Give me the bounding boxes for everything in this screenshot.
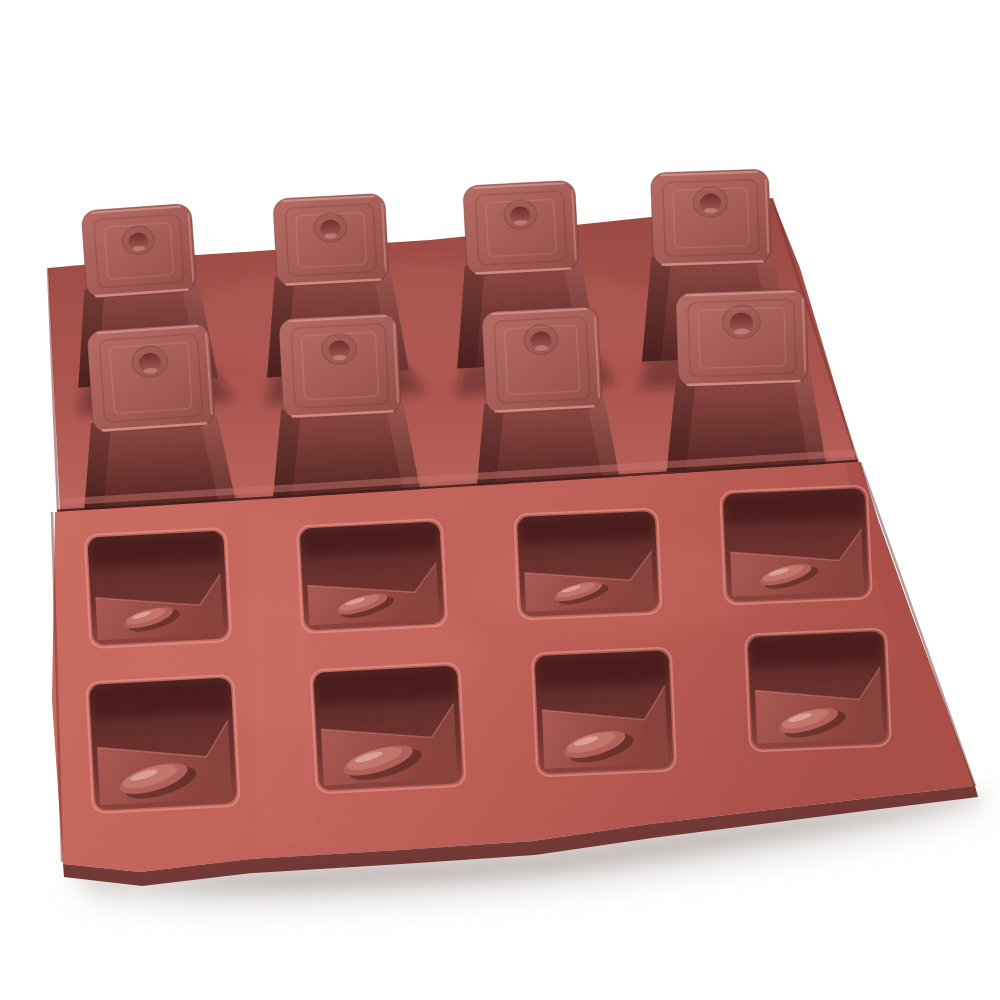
sheet-highlight: [180, 260, 680, 380]
mold-bump: [263, 312, 420, 499]
mold-cavity: [532, 648, 676, 777]
product-photo: [0, 0, 1000, 1000]
mold-cavity: [514, 508, 661, 619]
cavity-inner-shadow: [538, 653, 667, 688]
mold-bump: [660, 288, 826, 471]
bump-top-face: [650, 169, 771, 267]
mold-cavity: [720, 485, 872, 604]
mold-cavity: [297, 519, 447, 633]
mold-cavity: [310, 663, 465, 794]
photo-stage: [0, 0, 1000, 1000]
mold-cavity: [745, 628, 891, 751]
mold-cavity: [86, 675, 240, 814]
mold-cavity: [85, 528, 232, 648]
cavity-inner-shadow: [751, 634, 882, 668]
